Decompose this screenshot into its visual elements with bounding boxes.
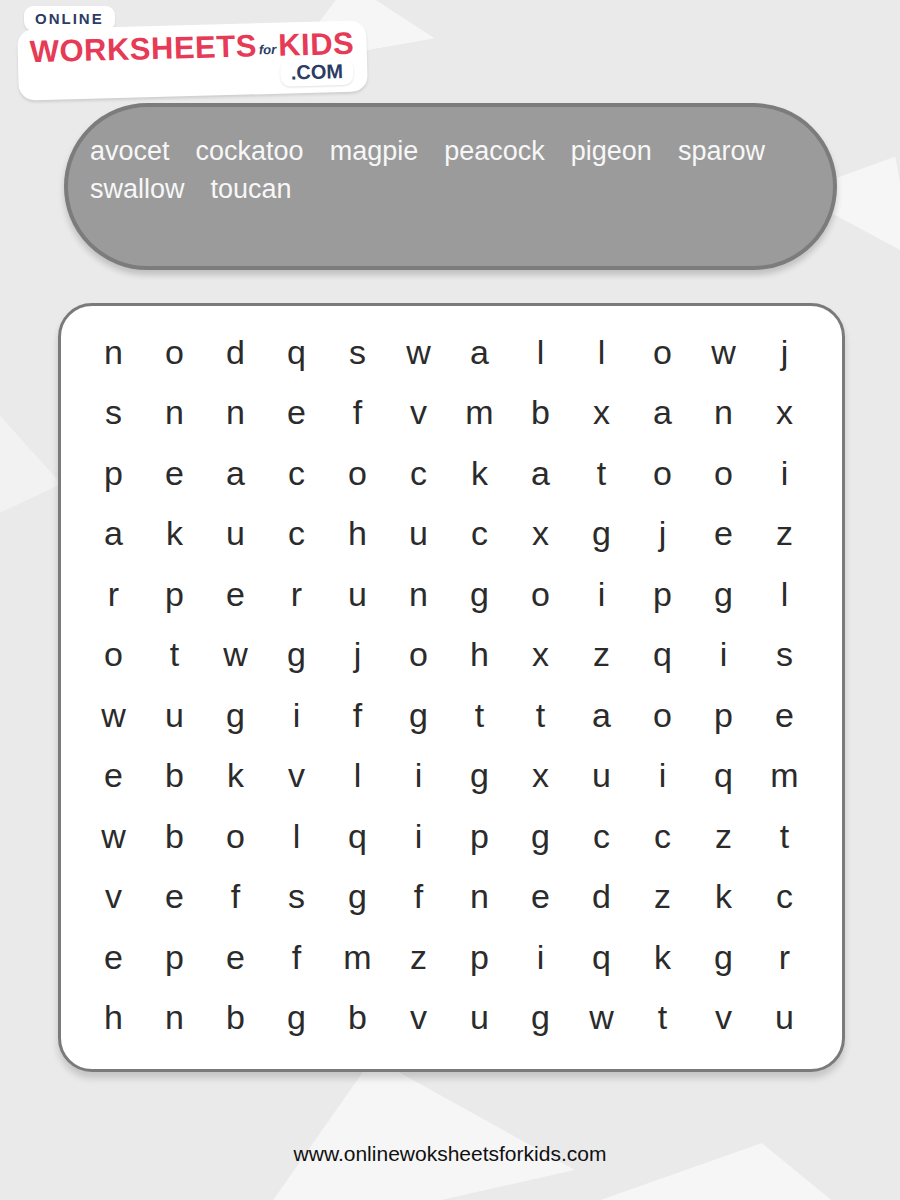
word-search-grid: nodqswallowjsnnefvmbxanxpeacockatooiakuc… (83, 322, 815, 1048)
grid-cell-r1c4[interactable]: q (266, 322, 327, 383)
grid-cell-r6c6[interactable]: o (388, 625, 449, 686)
grid-cell-r9c8[interactable]: g (510, 806, 571, 867)
grid-cell-r1c9[interactable]: l (571, 322, 632, 383)
grid-cell-r3c3[interactable]: a (205, 443, 266, 504)
grid-cell-r7c12[interactable]: e (754, 685, 815, 746)
grid-cell-r3c7[interactable]: k (449, 443, 510, 504)
grid-cell-r10c2[interactable]: e (144, 867, 205, 928)
grid-cell-r4c11[interactable]: e (693, 504, 754, 565)
grid-cell-r2c9[interactable]: x (571, 383, 632, 444)
grid-cell-r12c12[interactable]: u (754, 988, 815, 1049)
site-logo: ONLINE WORKSHEETSforKIDS .COM (18, 6, 278, 96)
grid-cell-r5c5[interactable]: u (327, 564, 388, 625)
grid-cell-r10c4[interactable]: s (266, 867, 327, 928)
grid-cell-r10c12[interactable]: c (754, 867, 815, 928)
grid-cell-r12c2[interactable]: n (144, 988, 205, 1049)
grid-cell-r4c9[interactable]: g (571, 504, 632, 565)
grid-cell-r7c2[interactable]: u (144, 685, 205, 746)
grid-cell-r7c7[interactable]: t (449, 685, 510, 746)
grid-cell-r7c9[interactable]: a (571, 685, 632, 746)
grid-cell-r8c8[interactable]: x (510, 746, 571, 807)
grid-cell-r11c11[interactable]: g (693, 927, 754, 988)
grid-cell-r8c6[interactable]: i (388, 746, 449, 807)
grid-cell-r1c6[interactable]: w (388, 322, 449, 383)
grid-cell-r8c1[interactable]: e (83, 746, 144, 807)
grid-cell-r5c10[interactable]: p (632, 564, 693, 625)
grid-cell-r10c10[interactable]: z (632, 867, 693, 928)
grid-cell-r1c3[interactable]: d (205, 322, 266, 383)
grid-cell-r1c5[interactable]: s (327, 322, 388, 383)
grid-cell-r2c4[interactable]: e (266, 383, 327, 444)
grid-cell-r10c5[interactable]: g (327, 867, 388, 928)
grid-cell-r8c12[interactable]: m (754, 746, 815, 807)
grid-cell-r2c7[interactable]: m (449, 383, 510, 444)
grid-cell-r2c6[interactable]: v (388, 383, 449, 444)
grid-cell-r1c10[interactable]: o (632, 322, 693, 383)
grid-cell-r1c1[interactable]: n (83, 322, 144, 383)
grid-cell-r8c10[interactable]: i (632, 746, 693, 807)
grid-cell-r2c5[interactable]: f (327, 383, 388, 444)
grid-cell-r3c9[interactable]: t (571, 443, 632, 504)
grid-cell-r11c5[interactable]: m (327, 927, 388, 988)
grid-cell-r10c3[interactable]: f (205, 867, 266, 928)
grid-cell-r1c12[interactable]: j (754, 322, 815, 383)
grid-cell-r2c8[interactable]: b (510, 383, 571, 444)
grid-cell-r3c4[interactable]: c (266, 443, 327, 504)
grid-cell-r4c7[interactable]: c (449, 504, 510, 565)
grid-cell-r8c3[interactable]: k (205, 746, 266, 807)
logo-worksheets-text: WORKSHEETS (29, 28, 257, 69)
grid-cell-r3c11[interactable]: o (693, 443, 754, 504)
grid-cell-r6c5[interactable]: j (327, 625, 388, 686)
grid-cell-r10c1[interactable]: v (83, 867, 144, 928)
grid-cell-r4c5[interactable]: h (327, 504, 388, 565)
grid-cell-r4c1[interactable]: a (83, 504, 144, 565)
grid-cell-r4c10[interactable]: j (632, 504, 693, 565)
grid-cell-r5c6[interactable]: n (388, 564, 449, 625)
grid-cell-r6c8[interactable]: x (510, 625, 571, 686)
grid-cell-r1c8[interactable]: l (510, 322, 571, 383)
grid-cell-r9c12[interactable]: t (754, 806, 815, 867)
word-item: magpie (330, 132, 419, 170)
word-item: pigeon (571, 132, 652, 170)
grid-cell-r2c3[interactable]: n (205, 383, 266, 444)
logo-kids-text: KIDS (278, 26, 355, 63)
grid-cell-r9c11[interactable]: z (693, 806, 754, 867)
grid-cell-r6c2[interactable]: t (144, 625, 205, 686)
grid-cell-r10c7[interactable]: n (449, 867, 510, 928)
grid-cell-r4c2[interactable]: k (144, 504, 205, 565)
grid-cell-r7c6[interactable]: g (388, 685, 449, 746)
grid-cell-r9c4[interactable]: l (266, 806, 327, 867)
grid-cell-r8c9[interactable]: u (571, 746, 632, 807)
word-list: avocetcockatoomagpiepeacockpigeonsparows… (64, 103, 837, 270)
logo-title: WORKSHEETSforKIDS .COM (17, 20, 367, 100)
grid-cell-r11c7[interactable]: p (449, 927, 510, 988)
grid-cell-r10c9[interactable]: d (571, 867, 632, 928)
grid-cell-r1c7[interactable]: a (449, 322, 510, 383)
grid-cell-r3c6[interactable]: c (388, 443, 449, 504)
grid-cell-r6c3[interactable]: w (205, 625, 266, 686)
grid-cell-r11c9[interactable]: q (571, 927, 632, 988)
grid-cell-r2c12[interactable]: x (754, 383, 815, 444)
word-item: avocet (90, 132, 170, 170)
grid-cell-r3c2[interactable]: e (144, 443, 205, 504)
grid-cell-r10c6[interactable]: f (388, 867, 449, 928)
grid-cell-r8c7[interactable]: g (449, 746, 510, 807)
grid-cell-r12c10[interactable]: t (632, 988, 693, 1049)
grid-cell-r9c3[interactable]: o (205, 806, 266, 867)
puzzle-panel: nodqswallowjsnnefvmbxanxpeacockatooiakuc… (58, 303, 845, 1072)
grid-cell-r7c10[interactable]: o (632, 685, 693, 746)
grid-cell-r12c1[interactable]: h (83, 988, 144, 1049)
grid-cell-r9c2[interactable]: b (144, 806, 205, 867)
grid-cell-r5c1[interactable]: r (83, 564, 144, 625)
grid-cell-r4c4[interactable]: c (266, 504, 327, 565)
grid-cell-r7c11[interactable]: p (693, 685, 754, 746)
grid-cell-r5c7[interactable]: g (449, 564, 510, 625)
grid-cell-r11c2[interactable]: p (144, 927, 205, 988)
grid-cell-r11c6[interactable]: z (388, 927, 449, 988)
grid-cell-r9c9[interactable]: c (571, 806, 632, 867)
grid-cell-r8c11[interactable]: q (693, 746, 754, 807)
grid-cell-r2c2[interactable]: n (144, 383, 205, 444)
word-item: toucan (211, 170, 292, 208)
grid-cell-r9c6[interactable]: i (388, 806, 449, 867)
grid-cell-r6c12[interactable]: s (754, 625, 815, 686)
grid-cell-r7c3[interactable]: g (205, 685, 266, 746)
grid-cell-r12c7[interactable]: u (449, 988, 510, 1049)
grid-cell-r7c4[interactable]: i (266, 685, 327, 746)
grid-cell-r1c11[interactable]: w (693, 322, 754, 383)
grid-cell-r3c12[interactable]: i (754, 443, 815, 504)
grid-cell-r12c11[interactable]: v (693, 988, 754, 1049)
grid-cell-r1c2[interactable]: o (144, 322, 205, 383)
word-item: swallow (90, 170, 185, 208)
grid-cell-r6c4[interactable]: g (266, 625, 327, 686)
word-item: cockatoo (196, 132, 304, 170)
grid-cell-r3c8[interactable]: a (510, 443, 571, 504)
grid-cell-r4c12[interactable]: z (754, 504, 815, 565)
grid-cell-r5c3[interactable]: e (205, 564, 266, 625)
grid-cell-r9c1[interactable]: w (83, 806, 144, 867)
grid-cell-r12c9[interactable]: w (571, 988, 632, 1049)
grid-cell-r3c10[interactable]: o (632, 443, 693, 504)
grid-cell-r5c8[interactable]: o (510, 564, 571, 625)
grid-cell-r10c8[interactable]: e (510, 867, 571, 928)
grid-cell-r7c8[interactable]: t (510, 685, 571, 746)
grid-cell-r9c10[interactable]: c (632, 806, 693, 867)
grid-cell-r11c12[interactable]: r (754, 927, 815, 988)
grid-cell-r2c10[interactable]: a (632, 383, 693, 444)
grid-cell-r11c3[interactable]: e (205, 927, 266, 988)
grid-cell-r10c11[interactable]: k (693, 867, 754, 928)
grid-cell-r4c3[interactable]: u (205, 504, 266, 565)
grid-cell-r6c7[interactable]: h (449, 625, 510, 686)
footer-url: www.onlinewoksheetsforkids.com (0, 1142, 900, 1166)
grid-cell-r12c6[interactable]: v (388, 988, 449, 1049)
grid-cell-r6c10[interactable]: q (632, 625, 693, 686)
grid-cell-r4c8[interactable]: x (510, 504, 571, 565)
grid-cell-r7c1[interactable]: w (83, 685, 144, 746)
grid-cell-r8c4[interactable]: v (266, 746, 327, 807)
grid-cell-r5c2[interactable]: p (144, 564, 205, 625)
grid-cell-r5c12[interactable]: l (754, 564, 815, 625)
grid-cell-r8c5[interactable]: l (327, 746, 388, 807)
grid-cell-r4c6[interactable]: u (388, 504, 449, 565)
grid-cell-r9c5[interactable]: q (327, 806, 388, 867)
grid-cell-r5c11[interactable]: g (693, 564, 754, 625)
grid-cell-r11c1[interactable]: e (83, 927, 144, 988)
grid-cell-r5c4[interactable]: r (266, 564, 327, 625)
grid-cell-r6c1[interactable]: o (83, 625, 144, 686)
grid-cell-r12c3[interactable]: b (205, 988, 266, 1049)
grid-cell-r11c8[interactable]: i (510, 927, 571, 988)
word-item: peacock (444, 132, 545, 170)
grid-cell-r2c1[interactable]: s (83, 383, 144, 444)
grid-cell-r6c11[interactable]: i (693, 625, 754, 686)
grid-cell-r2c11[interactable]: n (693, 383, 754, 444)
word-item: sparow (678, 132, 765, 170)
grid-cell-r6c9[interactable]: z (571, 625, 632, 686)
grid-cell-r11c10[interactable]: k (632, 927, 693, 988)
grid-cell-r9c7[interactable]: p (449, 806, 510, 867)
grid-cell-r8c2[interactable]: b (144, 746, 205, 807)
grid-cell-r12c4[interactable]: g (266, 988, 327, 1049)
grid-cell-r11c4[interactable]: f (266, 927, 327, 988)
grid-cell-r7c5[interactable]: f (327, 685, 388, 746)
logo-for-text: for (259, 42, 277, 57)
grid-cell-r5c9[interactable]: i (571, 564, 632, 625)
grid-cell-r3c1[interactable]: p (83, 443, 144, 504)
grid-cell-r12c8[interactable]: g (510, 988, 571, 1049)
grid-cell-r3c5[interactable]: o (327, 443, 388, 504)
grid-cell-r12c5[interactable]: b (327, 988, 388, 1049)
